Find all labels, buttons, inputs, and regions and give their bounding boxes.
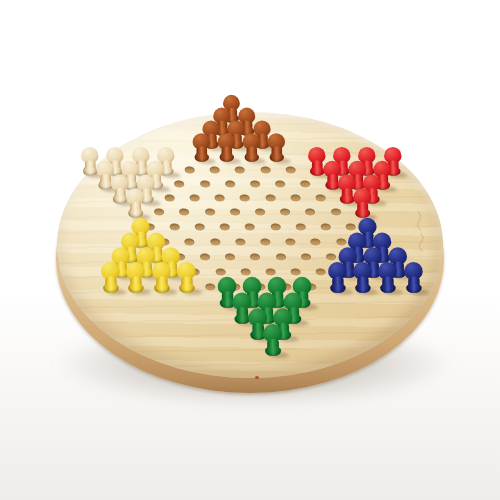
board-hole[interactable] [265,195,276,202]
board-cell [258,234,273,249]
board-cell [217,219,232,234]
peg-foot [405,283,421,292]
board-hole[interactable] [285,167,296,174]
peg-brown[interactable] [217,133,234,162]
board-cell [182,234,197,249]
board-hole[interactable] [199,181,210,188]
peg-foot [339,195,354,204]
peg-grid [72,110,431,358]
board-cell [258,163,273,177]
board-cell [218,149,233,163]
board-cell [354,279,369,294]
board-cell [303,205,318,219]
board-hole[interactable] [179,209,190,216]
peg-foot [354,209,369,218]
board-hole[interactable] [184,167,195,174]
peg-yellow[interactable] [101,261,120,292]
board-hole[interactable] [235,167,246,174]
board-cell [404,279,419,294]
board-hole[interactable] [265,268,276,275]
board-cell [298,249,313,264]
board-cell [238,191,253,205]
peg-blue[interactable] [353,261,372,292]
peg-red[interactable] [353,188,371,218]
board-cell [102,279,117,294]
peg-brown[interactable] [192,133,209,162]
board-cell [268,149,283,163]
board-hole[interactable] [219,223,230,230]
peg-foot [128,283,144,292]
board-hole[interactable] [224,181,235,188]
peg-yellow[interactable] [126,261,145,292]
peg-brown[interactable] [243,133,260,162]
board-cell [293,219,308,234]
board-hole[interactable] [305,209,316,216]
board-cell [177,205,192,219]
board-cell [278,205,293,219]
peg-foot [355,283,371,292]
board-cell [329,279,344,294]
peg-foot [219,153,233,162]
board-hole[interactable] [194,223,205,230]
board-cell [313,264,328,279]
board-hole[interactable] [169,223,180,230]
board-hole[interactable] [250,181,261,188]
board-cell [182,163,197,177]
peg-foot [128,209,143,218]
board-hole[interactable] [204,209,215,216]
board-hole[interactable] [285,238,296,245]
board-cell [177,279,192,294]
peg-foot [194,153,208,162]
engraved-branding-mark [412,210,428,256]
peg-blue[interactable] [404,261,423,292]
peg-foot [83,167,98,176]
board-hole[interactable] [300,181,311,188]
photo-scene [0,0,500,500]
board-cell [222,177,237,191]
board-cell [233,234,248,249]
peg-yellow[interactable] [152,261,171,292]
board-hole[interactable] [174,181,185,188]
peg-green[interactable] [263,324,282,356]
board-hole[interactable] [300,253,311,260]
board-cell [249,326,264,342]
board-cell [273,177,288,191]
peg-blue[interactable] [328,261,347,292]
board-cell [187,191,202,205]
board-cell [288,191,303,205]
board-cell [243,149,258,163]
board-cell [227,205,242,219]
board-cell [328,205,343,219]
board-cell [152,279,167,294]
board-hole[interactable] [335,238,346,245]
board-hole[interactable] [205,283,216,290]
board-hole[interactable] [209,167,220,174]
board-cell [127,279,142,294]
board-hole[interactable] [154,209,165,216]
board-cell [192,219,207,234]
board-hole[interactable] [214,195,225,202]
board-hole[interactable] [229,209,240,216]
board-hole[interactable] [310,238,321,245]
peg-foot [244,153,258,162]
board-cell [223,249,238,264]
board-hole[interactable] [275,181,286,188]
board-cell [207,234,222,249]
board-hole[interactable] [199,253,210,260]
board-cell [233,310,248,326]
peg-foot [269,153,283,162]
board-cell [318,219,333,234]
peg-foot [330,283,346,292]
board-cell [338,191,353,205]
board-cell [218,294,233,310]
board-hole[interactable] [240,268,251,275]
board-hole[interactable] [239,195,250,202]
peg-yellow[interactable] [177,261,196,292]
board-hole[interactable] [315,195,326,202]
board-cell [283,234,298,249]
board-cell [263,191,278,205]
board-cell [197,177,212,191]
board-hole[interactable] [345,223,356,230]
board-cell [253,205,268,219]
board-hole[interactable] [184,238,195,245]
peg-foot [178,283,194,292]
peg-foot [153,283,169,292]
board-cell [379,279,394,294]
board-cell [203,279,218,294]
board-hole[interactable] [280,209,291,216]
board-hole[interactable] [209,238,220,245]
board-hole[interactable] [255,209,266,216]
board-cell [248,177,263,191]
peg-natural[interactable] [126,188,144,218]
peg-blue[interactable] [378,261,397,292]
board-cell [197,249,212,264]
board-cell [112,191,127,205]
board-cell [323,177,338,191]
peg-foot [309,167,324,176]
board-cell [233,163,248,177]
board-cell [81,163,96,177]
board-hole[interactable] [164,195,175,202]
board-hole[interactable] [260,167,271,174]
board-cell [264,342,279,358]
red-paint-speck [255,376,259,379]
board-cell [202,205,217,219]
board-cell [248,249,263,264]
board-cell [162,191,177,205]
board-cell [192,149,207,163]
board-hole[interactable] [215,268,226,275]
board-hole[interactable] [315,268,326,275]
board-cell [152,205,167,219]
board-hole[interactable] [320,223,331,230]
board-hole[interactable] [325,253,336,260]
peg-brown[interactable] [268,133,285,162]
board-hole[interactable] [290,268,301,275]
board-cell [212,191,227,205]
board-cell [97,177,112,191]
board-hole[interactable] [244,223,255,230]
peg-foot [265,346,281,356]
board-hole[interactable] [260,238,271,245]
peg-foot [103,283,119,292]
board-hole[interactable] [330,209,341,216]
board-cell [308,234,323,249]
board-hole[interactable] [189,195,200,202]
board-cell [242,219,257,234]
board-hole[interactable] [295,223,306,230]
board-hole[interactable] [250,253,261,260]
board-cell [283,163,298,177]
board-cell [298,177,313,191]
board-hole[interactable] [270,223,281,230]
board-cell [313,191,328,205]
board-hole[interactable] [275,253,286,260]
board-cell [308,163,323,177]
board-cell [207,163,222,177]
board-cell [273,249,288,264]
board-hole[interactable] [235,238,246,245]
board-hole[interactable] [225,253,236,260]
board-cell [268,219,283,234]
board-cell [172,177,187,191]
board-hole[interactable] [290,195,301,202]
peg-foot [380,283,396,292]
board-cell [167,219,182,234]
